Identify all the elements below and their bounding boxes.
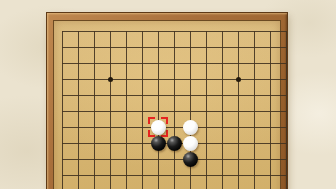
star-point	[236, 77, 241, 82]
board-grid	[54, 23, 287, 189]
black-stone	[151, 136, 166, 151]
black-stone	[183, 152, 198, 167]
board-surface	[54, 21, 280, 189]
gomoku-board[interactable]	[47, 13, 287, 189]
star-point	[108, 77, 113, 82]
white-stone	[151, 120, 166, 135]
white-stone	[183, 136, 198, 151]
white-stone	[183, 120, 198, 135]
black-stone	[167, 136, 182, 151]
app-screen	[0, 0, 336, 189]
